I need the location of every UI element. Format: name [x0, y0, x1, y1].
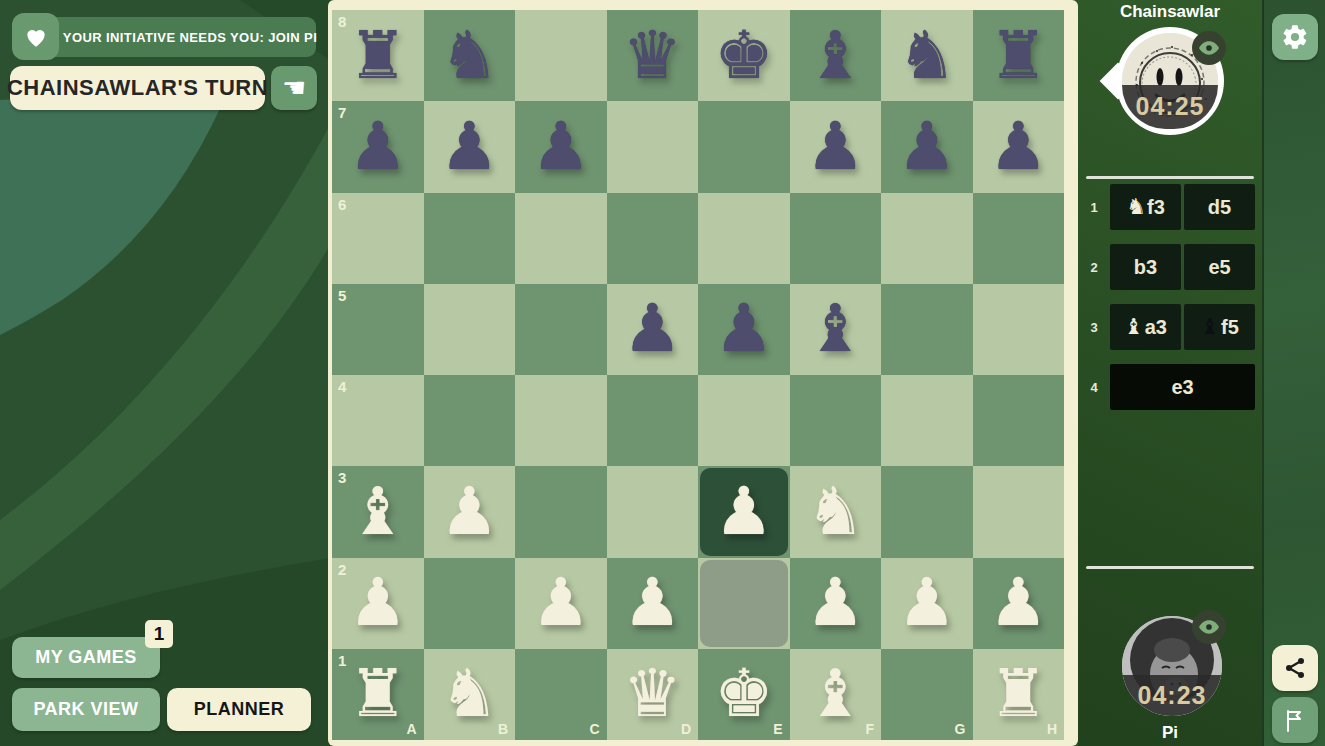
square-c2[interactable]: ♟ — [515, 558, 607, 649]
black-king-e8[interactable]: ♚ — [714, 23, 773, 89]
action-rail — [1262, 0, 1325, 746]
last-move-from-highlight — [700, 560, 788, 647]
black-rook-h8[interactable]: ♜ — [989, 23, 1048, 89]
square-d6[interactable] — [607, 193, 699, 284]
player-spectate-button[interactable] — [1192, 610, 1226, 644]
square-c6[interactable] — [515, 193, 607, 284]
square-e7[interactable] — [698, 101, 790, 192]
square-a2[interactable]: 2♟ — [332, 558, 424, 649]
black-pawn-a7[interactable]: ♟ — [348, 114, 407, 180]
park-view-label: PARK VIEW — [33, 699, 138, 720]
square-f6[interactable] — [790, 193, 882, 284]
settings-button[interactable] — [1272, 14, 1318, 60]
square-a8[interactable]: 8♜ — [332, 10, 424, 101]
black-pawn-f7[interactable]: ♟ — [806, 114, 865, 180]
move-number: 3 — [1078, 320, 1110, 335]
square-e3[interactable]: ♟ — [698, 466, 790, 557]
move-san: f3 — [1147, 196, 1165, 219]
square-f5[interactable]: ♝ — [790, 284, 882, 375]
white-bishop-f1[interactable]: ♝ — [806, 661, 865, 727]
white-knight-b1[interactable]: ♞ — [440, 661, 499, 727]
move-san: e5 — [1208, 256, 1230, 279]
square-d2[interactable]: ♟ — [607, 558, 699, 649]
square-h3[interactable] — [973, 466, 1065, 557]
square-e6[interactable] — [698, 193, 790, 284]
move-cells: ♝a3♝f5 — [1110, 304, 1255, 350]
white-pawn-e3[interactable]: ♟ — [714, 479, 773, 545]
square-f3[interactable]: ♞ — [790, 466, 882, 557]
square-f2[interactable]: ♟ — [790, 558, 882, 649]
black-knight-b8[interactable]: ♞ — [440, 23, 499, 89]
white-pawn-f2[interactable]: ♟ — [806, 570, 865, 636]
move-white[interactable]: b3 — [1110, 244, 1181, 290]
park-view-button[interactable]: PARK VIEW — [12, 688, 160, 731]
moves-divider-top — [1086, 176, 1254, 179]
resign-flag-button[interactable] — [1272, 697, 1318, 743]
file-label: G — [955, 721, 966, 737]
move-cells: e3 — [1110, 364, 1255, 410]
white-rook-a1[interactable]: ♜ — [348, 661, 407, 727]
square-e5[interactable]: ♟ — [698, 284, 790, 375]
move-number: 1 — [1078, 200, 1110, 215]
move-row: 3♝a3♝f5 — [1078, 304, 1262, 350]
rank-label: 8 — [338, 13, 346, 30]
white-pawn-g2[interactable]: ♟ — [897, 570, 956, 636]
square-g5[interactable] — [881, 284, 973, 375]
square-d8[interactable]: ♛ — [607, 10, 699, 101]
move-san: a3 — [1145, 316, 1167, 339]
rank-label: 6 — [338, 196, 346, 213]
move-row: 2b3e5 — [1078, 244, 1262, 290]
rank-label: 4 — [338, 378, 346, 395]
move-white[interactable]: ♝a3 — [1110, 304, 1181, 350]
file-label: C — [589, 721, 599, 737]
black-pawn-b7[interactable]: ♟ — [440, 114, 499, 180]
player-clock: 04:23 — [1138, 681, 1207, 710]
move-number: 2 — [1078, 260, 1110, 275]
white-queen-d1[interactable]: ♛ — [623, 661, 682, 727]
black-pawn-g7[interactable]: ♟ — [897, 114, 956, 180]
square-f8[interactable]: ♝ — [790, 10, 882, 101]
file-label: D — [681, 721, 691, 737]
my-games-button[interactable]: MY GAMES — [12, 637, 160, 678]
move-white[interactable]: ♞f3 — [1110, 184, 1181, 230]
file-label: H — [1047, 721, 1057, 737]
square-h1[interactable]: H♜ — [973, 649, 1065, 740]
square-e8[interactable]: ♚ — [698, 10, 790, 101]
black-queen-d8[interactable]: ♛ — [623, 23, 682, 89]
opponent-name: Chainsawlar — [1078, 2, 1262, 22]
square-g2[interactable]: ♟ — [881, 558, 973, 649]
move-black[interactable]: e5 — [1184, 244, 1255, 290]
board-grid: 8♜♞♛♚♝♞♜7♟♟♟♟♟♟65♟♟♝43♝♟♟♞2♟♟♟♟♟♟1A♜B♞CD… — [332, 10, 1064, 740]
move-san: f5 — [1221, 316, 1239, 339]
square-a3[interactable]: 3♝ — [332, 466, 424, 557]
square-h5[interactable] — [973, 284, 1065, 375]
white-pawn-h2[interactable]: ♟ — [989, 570, 1048, 636]
square-b7[interactable]: ♟ — [424, 101, 516, 192]
square-b8[interactable]: ♞ — [424, 10, 516, 101]
square-g6[interactable] — [881, 193, 973, 284]
square-e2[interactable] — [698, 558, 790, 649]
white-pawn-c2[interactable]: ♟ — [531, 570, 590, 636]
notification-banner[interactable]: YOUR INITIATIVE NEEDS YOU: JOIN PI — [30, 17, 316, 57]
square-f4[interactable] — [790, 375, 882, 466]
square-h6[interactable] — [973, 193, 1065, 284]
square-c5[interactable] — [515, 284, 607, 375]
notification-text: YOUR INITIATIVE NEEDS YOU: JOIN PI — [63, 30, 317, 45]
square-b5[interactable] — [424, 284, 516, 375]
file-label: B — [498, 721, 508, 737]
square-h4[interactable] — [973, 375, 1065, 466]
square-c8[interactable] — [515, 10, 607, 101]
move-san: d5 — [1208, 196, 1231, 219]
move-list: 1♞f3d52b3e53♝a3♝f54e3 — [1078, 184, 1262, 424]
pointing-hand-icon: ☚ — [282, 75, 306, 102]
square-a4[interactable]: 4 — [332, 375, 424, 466]
move-cells: ♞f3d5 — [1110, 184, 1255, 230]
turn-text: CHAINSAWLAR'S TURN — [7, 75, 268, 101]
square-b4[interactable] — [424, 375, 516, 466]
player-clock-overlay: 04:23 — [1122, 675, 1222, 716]
square-e4[interactable] — [698, 375, 790, 466]
square-b6[interactable] — [424, 193, 516, 284]
move-row: 1♞f3d5 — [1078, 184, 1262, 230]
square-c7[interactable]: ♟ — [515, 101, 607, 192]
square-c1[interactable]: C — [515, 649, 607, 740]
square-a1[interactable]: 1A♜ — [332, 649, 424, 740]
move-white[interactable]: e3 — [1110, 364, 1255, 410]
square-d4[interactable] — [607, 375, 699, 466]
rank-label: 3 — [338, 469, 346, 486]
rank-label: 5 — [338, 287, 346, 304]
square-a6[interactable]: 6 — [332, 193, 424, 284]
square-h7[interactable]: ♟ — [973, 101, 1065, 192]
black-bishop-f8[interactable]: ♝ — [806, 23, 865, 89]
white-pawn-b3[interactable]: ♟ — [440, 479, 499, 545]
game-side-panel: Chainsawlar — [1078, 0, 1262, 746]
rank-label: 7 — [338, 104, 346, 121]
player-name: Pi — [1078, 723, 1262, 743]
share-icon — [1283, 656, 1307, 680]
gear-icon — [1281, 23, 1309, 51]
white-bishop-a3[interactable]: ♝ — [348, 479, 407, 545]
move-black[interactable]: d5 — [1184, 184, 1255, 230]
opponent-clock: 04:25 — [1136, 92, 1205, 121]
file-label: A — [406, 721, 416, 737]
black-knight-g8[interactable]: ♞ — [897, 23, 956, 89]
black-pawn-d5[interactable]: ♟ — [623, 296, 682, 362]
square-e1[interactable]: E♚ — [698, 649, 790, 740]
black-bishop-icon: ♝ — [1200, 316, 1220, 338]
square-h2[interactable]: ♟ — [973, 558, 1065, 649]
share-button[interactable] — [1272, 645, 1318, 691]
square-g4[interactable] — [881, 375, 973, 466]
square-h8[interactable]: ♜ — [973, 10, 1065, 101]
white-pawn-d2[interactable]: ♟ — [623, 570, 682, 636]
file-label: E — [773, 721, 782, 737]
move-row: 4e3 — [1078, 364, 1262, 410]
square-d7[interactable] — [607, 101, 699, 192]
square-g8[interactable]: ♞ — [881, 10, 973, 101]
square-d3[interactable] — [607, 466, 699, 557]
square-b3[interactable]: ♟ — [424, 466, 516, 557]
planner-button[interactable]: PLANNER — [167, 688, 311, 731]
white-pawn-a2[interactable]: ♟ — [348, 570, 407, 636]
square-c4[interactable] — [515, 375, 607, 466]
black-pawn-h7[interactable]: ♟ — [989, 114, 1048, 180]
flag-icon — [1283, 707, 1307, 733]
square-d1[interactable]: D♛ — [607, 649, 699, 740]
square-b2[interactable] — [424, 558, 516, 649]
square-b1[interactable]: B♞ — [424, 649, 516, 740]
my-games-label: MY GAMES — [35, 647, 137, 668]
move-cells: b3e5 — [1110, 244, 1255, 290]
move-number: 4 — [1078, 380, 1110, 395]
black-bishop-f5[interactable]: ♝ — [806, 296, 865, 362]
chess-board: 8♜♞♛♚♝♞♜7♟♟♟♟♟♟65♟♟♝43♝♟♟♞2♟♟♟♟♟♟1A♜B♞CD… — [328, 0, 1078, 746]
black-pawn-e5[interactable]: ♟ — [714, 296, 773, 362]
white-knight-f3[interactable]: ♞ — [806, 479, 865, 545]
move-black[interactable]: ♝f5 — [1184, 304, 1255, 350]
square-f7[interactable]: ♟ — [790, 101, 882, 192]
black-pawn-c7[interactable]: ♟ — [531, 114, 590, 180]
rank-label: 1 — [338, 652, 346, 669]
square-g3[interactable] — [881, 466, 973, 557]
game-screen: YOUR INITIATIVE NEEDS YOU: JOIN PI CHAIN… — [0, 0, 1325, 746]
square-d5[interactable]: ♟ — [607, 284, 699, 375]
square-c3[interactable] — [515, 466, 607, 557]
file-label: F — [865, 721, 874, 737]
square-a5[interactable]: 5 — [332, 284, 424, 375]
eye-icon — [1199, 41, 1219, 55]
opponent-clock-overlay: 04:25 — [1122, 85, 1218, 129]
square-g1[interactable]: G — [881, 649, 973, 740]
white-king-e1[interactable]: ♚ — [714, 661, 773, 727]
square-a7[interactable]: 7♟ — [332, 101, 424, 192]
white-knight-icon: ♞ — [1126, 196, 1146, 218]
rank-label: 2 — [338, 561, 346, 578]
moves-divider-bottom — [1086, 566, 1254, 569]
nudge-button[interactable]: ☚ — [271, 66, 317, 110]
move-san: b3 — [1134, 256, 1157, 279]
planner-label: PLANNER — [194, 699, 285, 720]
white-bishop-icon: ♝ — [1124, 316, 1144, 338]
eye-icon — [1199, 620, 1219, 634]
opponent-spectate-button[interactable] — [1192, 31, 1226, 65]
heart-icon — [23, 25, 49, 49]
square-g7[interactable]: ♟ — [881, 101, 973, 192]
black-rook-a8[interactable]: ♜ — [348, 23, 407, 89]
move-san: e3 — [1171, 376, 1193, 399]
white-rook-h1[interactable]: ♜ — [989, 661, 1048, 727]
my-games-badge: 1 — [145, 620, 173, 648]
favorite-button[interactable] — [12, 13, 59, 60]
square-f1[interactable]: F♝ — [790, 649, 882, 740]
turn-indicator: CHAINSAWLAR'S TURN — [10, 66, 265, 110]
